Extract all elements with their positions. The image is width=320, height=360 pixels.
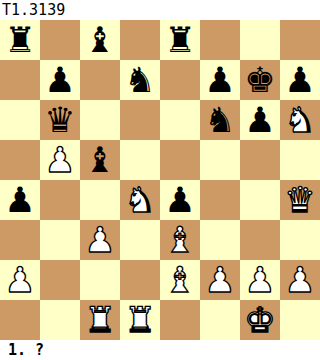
piece-black-pawn: ♟ (204, 60, 235, 100)
move-prompt-bar: 1. ? (0, 340, 320, 360)
piece-white-knight: ♞ (284, 100, 315, 140)
puzzle-id: T1.3139 (2, 1, 65, 19)
square-b3[interactable] (40, 220, 80, 260)
square-a3[interactable] (0, 220, 40, 260)
square-f2[interactable]: ♟ (200, 260, 240, 300)
square-f4[interactable] (200, 180, 240, 220)
square-c5[interactable]: ♝ (80, 140, 120, 180)
square-d3[interactable] (120, 220, 160, 260)
piece-black-king: ♚ (244, 60, 275, 100)
square-f3[interactable] (200, 220, 240, 260)
square-g7[interactable]: ♚ (240, 60, 280, 100)
square-b8[interactable] (40, 20, 80, 60)
square-b7[interactable]: ♟ (40, 60, 80, 100)
square-d7[interactable]: ♞ (120, 60, 160, 100)
square-c6[interactable] (80, 100, 120, 140)
square-d4[interactable]: ♞ (120, 180, 160, 220)
square-f8[interactable] (200, 20, 240, 60)
piece-white-queen: ♛ (284, 180, 315, 220)
piece-black-rook: ♜ (4, 20, 35, 60)
piece-black-queen: ♛ (44, 100, 75, 140)
piece-black-pawn: ♟ (44, 60, 75, 100)
square-e4[interactable]: ♟ (160, 180, 200, 220)
square-e3[interactable]: ♝ (160, 220, 200, 260)
square-e5[interactable] (160, 140, 200, 180)
square-h4[interactable]: ♛ (280, 180, 320, 220)
piece-black-pawn: ♟ (244, 100, 275, 140)
square-g1[interactable]: ♚ (240, 300, 280, 340)
piece-white-rook: ♜ (124, 300, 155, 340)
piece-black-pawn: ♟ (4, 180, 35, 220)
square-h5[interactable] (280, 140, 320, 180)
square-e6[interactable] (160, 100, 200, 140)
square-a6[interactable] (0, 100, 40, 140)
square-a7[interactable] (0, 60, 40, 100)
piece-black-pawn: ♟ (164, 180, 195, 220)
piece-black-pawn: ♟ (284, 60, 315, 100)
chess-puzzle-app: T1.3139 ♜♝♜♟♞♟♚♟♛♞♟♞♟♝♟♞♟♛♟♝♟♝♟♟♟♜♜♚ 1. … (0, 0, 320, 360)
square-a4[interactable]: ♟ (0, 180, 40, 220)
square-a5[interactable] (0, 140, 40, 180)
square-g5[interactable] (240, 140, 280, 180)
piece-white-pawn: ♟ (4, 260, 35, 300)
piece-black-knight: ♞ (124, 60, 155, 100)
move-prompt: 1. ? (8, 341, 44, 359)
square-d1[interactable]: ♜ (120, 300, 160, 340)
square-c1[interactable]: ♜ (80, 300, 120, 340)
square-c8[interactable]: ♝ (80, 20, 120, 60)
piece-black-knight: ♞ (204, 100, 235, 140)
square-h6[interactable]: ♞ (280, 100, 320, 140)
square-c7[interactable] (80, 60, 120, 100)
square-a1[interactable] (0, 300, 40, 340)
square-b6[interactable]: ♛ (40, 100, 80, 140)
square-g4[interactable] (240, 180, 280, 220)
piece-white-pawn: ♟ (244, 260, 275, 300)
square-f7[interactable]: ♟ (200, 60, 240, 100)
square-f6[interactable]: ♞ (200, 100, 240, 140)
piece-white-pawn: ♟ (84, 220, 115, 260)
square-d2[interactable] (120, 260, 160, 300)
piece-white-bishop: ♝ (164, 220, 195, 260)
square-h3[interactable] (280, 220, 320, 260)
square-g8[interactable] (240, 20, 280, 60)
square-h8[interactable] (280, 20, 320, 60)
square-e2[interactable]: ♝ (160, 260, 200, 300)
square-c2[interactable] (80, 260, 120, 300)
square-f1[interactable] (200, 300, 240, 340)
piece-white-pawn: ♟ (44, 140, 75, 180)
piece-black-rook: ♜ (164, 20, 195, 60)
square-g3[interactable] (240, 220, 280, 260)
square-g2[interactable]: ♟ (240, 260, 280, 300)
square-d5[interactable] (120, 140, 160, 180)
square-e7[interactable] (160, 60, 200, 100)
piece-white-knight: ♞ (124, 180, 155, 220)
piece-white-rook: ♜ (84, 300, 115, 340)
square-e1[interactable] (160, 300, 200, 340)
square-h1[interactable] (280, 300, 320, 340)
square-f5[interactable] (200, 140, 240, 180)
square-a8[interactable]: ♜ (0, 20, 40, 60)
square-d8[interactable] (120, 20, 160, 60)
piece-white-pawn: ♟ (284, 260, 315, 300)
piece-black-bishop: ♝ (84, 140, 115, 180)
square-b4[interactable] (40, 180, 80, 220)
square-b5[interactable]: ♟ (40, 140, 80, 180)
chess-board: ♜♝♜♟♞♟♚♟♛♞♟♞♟♝♟♞♟♛♟♝♟♝♟♟♟♜♜♚ (0, 20, 320, 340)
square-d6[interactable] (120, 100, 160, 140)
piece-black-bishop: ♝ (84, 20, 115, 60)
square-e8[interactable]: ♜ (160, 20, 200, 60)
square-h2[interactable]: ♟ (280, 260, 320, 300)
piece-white-pawn: ♟ (204, 260, 235, 300)
square-b1[interactable] (40, 300, 80, 340)
square-c4[interactable] (80, 180, 120, 220)
square-c3[interactable]: ♟ (80, 220, 120, 260)
square-h7[interactable]: ♟ (280, 60, 320, 100)
puzzle-header: T1.3139 (0, 0, 320, 20)
piece-white-king: ♚ (244, 300, 275, 340)
square-g6[interactable]: ♟ (240, 100, 280, 140)
square-b2[interactable] (40, 260, 80, 300)
piece-white-bishop: ♝ (164, 260, 195, 300)
square-a2[interactable]: ♟ (0, 260, 40, 300)
